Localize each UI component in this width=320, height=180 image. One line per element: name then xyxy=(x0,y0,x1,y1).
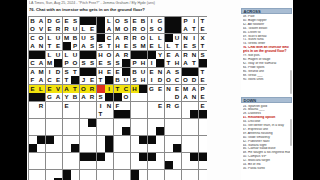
grid-cell[interactable]: I xyxy=(105,85,113,93)
grid-cell[interactable] xyxy=(139,102,147,110)
grid-cell[interactable]: E xyxy=(199,102,207,110)
grid-cell[interactable] xyxy=(37,170,45,178)
grid-cell[interactable]: S xyxy=(71,17,79,25)
grid-cell[interactable]: P xyxy=(131,59,139,67)
grid-cell[interactable] xyxy=(71,110,79,118)
grid-cell[interactable] xyxy=(139,110,147,118)
grid-cell[interactable] xyxy=(165,127,173,135)
grid-cell[interactable] xyxy=(46,170,54,178)
grid-cell[interactable] xyxy=(199,119,207,127)
grid-cell[interactable] xyxy=(71,136,79,144)
grid-cell[interactable] xyxy=(182,127,190,135)
grid-cell[interactable]: B xyxy=(131,68,139,76)
grid-cell[interactable]: N xyxy=(105,102,113,110)
grid-cell[interactable] xyxy=(182,136,190,144)
grid-cell[interactable]: O xyxy=(139,34,147,42)
grid-cell[interactable]: U xyxy=(173,34,181,42)
grid-cell[interactable] xyxy=(173,119,181,127)
grid-cell[interactable] xyxy=(105,153,113,161)
grid-cell[interactable] xyxy=(63,119,71,127)
grid-cell[interactable]: M xyxy=(63,34,71,42)
grid-cell[interactable]: E xyxy=(97,59,105,67)
grid-cell[interactable]: N xyxy=(190,93,198,101)
grid-cell[interactable]: D xyxy=(46,17,54,25)
grid-cell[interactable] xyxy=(173,170,181,178)
grid-cell[interactable] xyxy=(97,170,105,178)
grid-cell[interactable] xyxy=(97,127,105,135)
grid-cell[interactable]: C xyxy=(29,59,37,67)
grid-cell[interactable]: S xyxy=(173,68,181,76)
grid-cell[interactable] xyxy=(139,93,147,101)
grid-cell[interactable] xyxy=(63,153,71,161)
grid-cell[interactable]: H xyxy=(139,76,147,84)
grid-cell[interactable] xyxy=(114,153,122,161)
grid-cell[interactable] xyxy=(156,170,164,178)
grid-cell[interactable]: S xyxy=(131,42,139,50)
grid-cell[interactable]: E xyxy=(199,25,207,33)
grid-cell[interactable]: V xyxy=(54,85,62,93)
grid-cell[interactable] xyxy=(88,178,96,180)
grid-cell[interactable] xyxy=(139,119,147,127)
grid-cell[interactable] xyxy=(54,136,62,144)
grid-cell[interactable]: A xyxy=(182,59,190,67)
grid-cell[interactable]: C xyxy=(105,34,113,42)
grid-cell[interactable]: C xyxy=(122,85,130,93)
grid-cell[interactable]: P xyxy=(71,42,79,50)
grid-cell[interactable]: H xyxy=(97,51,105,59)
grid-cell[interactable]: A xyxy=(114,51,122,59)
grid-cell[interactable] xyxy=(63,110,71,118)
grid-cell[interactable] xyxy=(148,102,156,110)
grid-cell[interactable] xyxy=(190,119,198,127)
grid-cell[interactable] xyxy=(199,144,207,152)
grid-cell[interactable]: E xyxy=(148,42,156,50)
grid-cell[interactable]: B xyxy=(114,76,122,84)
grid-cell[interactable]: A xyxy=(165,68,173,76)
grid-cell[interactable]: Y xyxy=(63,93,71,101)
grid-cell[interactable]: B xyxy=(29,17,37,25)
grid-cell[interactable]: D xyxy=(173,93,181,101)
grid-cell[interactable] xyxy=(46,153,54,161)
grid-cell[interactable]: T xyxy=(97,76,105,84)
grid-cell[interactable]: E xyxy=(88,76,96,84)
clue-item[interactable]: 90. Work units xyxy=(243,78,290,82)
grid-cell[interactable]: A xyxy=(37,17,45,25)
grid-cell[interactable] xyxy=(199,178,207,180)
grid-cell[interactable]: A xyxy=(80,42,88,50)
grid-cell[interactable] xyxy=(173,153,181,161)
grid-cell[interactable] xyxy=(182,102,190,110)
grid-cell[interactable] xyxy=(97,119,105,127)
grid-cell[interactable]: E xyxy=(54,42,62,50)
grid-cell[interactable] xyxy=(148,170,156,178)
grid-cell[interactable]: H xyxy=(139,59,147,67)
grid-cell[interactable] xyxy=(88,161,96,169)
grid-cell[interactable] xyxy=(165,153,173,161)
grid-cell[interactable]: M xyxy=(114,25,122,33)
grid-cell[interactable] xyxy=(190,161,198,169)
clue-item-active[interactable]: 76. Chat with an investor who gets in on… xyxy=(243,46,290,54)
grid-cell[interactable] xyxy=(199,170,207,178)
grid-cell[interactable] xyxy=(131,161,139,169)
grid-cell[interactable] xyxy=(105,170,113,178)
grid-cell[interactable] xyxy=(71,170,79,178)
grid-cell[interactable]: S xyxy=(122,17,130,25)
grid-cell[interactable] xyxy=(131,144,139,152)
grid-cell[interactable] xyxy=(199,136,207,144)
grid-cell[interactable] xyxy=(46,144,54,152)
grid-cell[interactable]: M xyxy=(139,42,147,50)
grid-cell[interactable]: R xyxy=(54,25,62,33)
grid-cell[interactable] xyxy=(54,161,62,169)
grid-cell[interactable]: P xyxy=(199,85,207,93)
grid-cell[interactable]: F xyxy=(29,76,37,84)
grid-cell[interactable] xyxy=(80,161,88,169)
grid-cell[interactable] xyxy=(190,127,198,135)
grid-cell[interactable] xyxy=(122,170,130,178)
grid-cell[interactable]: M xyxy=(46,59,54,67)
grid-cell[interactable] xyxy=(46,178,54,180)
grid-cell[interactable]: L xyxy=(80,25,88,33)
grid-cell[interactable] xyxy=(71,178,79,180)
crossword-grid[interactable]: BADGESLOSEBIGPITOVERRULEAMOROSOATECOLUMB… xyxy=(28,16,207,180)
grid-cell[interactable] xyxy=(156,144,164,152)
grid-cell[interactable] xyxy=(37,144,45,152)
grid-cell[interactable] xyxy=(114,119,122,127)
grid-cell[interactable]: T xyxy=(165,59,173,67)
grid-cell[interactable]: N xyxy=(165,85,173,93)
grid-cell[interactable]: T xyxy=(114,85,122,93)
grid-cell[interactable] xyxy=(182,178,190,180)
grid-cell[interactable]: L xyxy=(156,42,164,50)
grid-cell[interactable] xyxy=(80,127,88,135)
grid-cell[interactable]: E xyxy=(88,25,96,33)
grid-cell[interactable]: B xyxy=(71,34,79,42)
grid-cell[interactable] xyxy=(63,144,71,152)
grid-cell[interactable]: T xyxy=(71,85,79,93)
grid-cell[interactable]: G xyxy=(156,17,164,25)
grid-cell[interactable]: T xyxy=(199,68,207,76)
grid-cell[interactable]: I xyxy=(148,76,156,84)
grid-cell[interactable]: S xyxy=(80,59,88,67)
grid-cell[interactable] xyxy=(88,102,96,110)
grid-cell[interactable]: O xyxy=(114,17,122,25)
grid-cell[interactable]: L xyxy=(105,17,113,25)
grid-cell[interactable] xyxy=(182,153,190,161)
grid-cell[interactable]: S xyxy=(88,42,96,50)
grid-cell[interactable] xyxy=(190,170,198,178)
grid-cell[interactable] xyxy=(105,178,113,180)
grid-cell[interactable]: L xyxy=(37,85,45,93)
grid-cell[interactable] xyxy=(182,161,190,169)
grid-cell[interactable]: L xyxy=(46,51,54,59)
grid-cell[interactable] xyxy=(54,102,62,110)
grid-cell[interactable] xyxy=(156,153,164,161)
grid-cell[interactable]: U xyxy=(139,68,147,76)
grid-cell[interactable]: L xyxy=(165,42,173,50)
grid-cell[interactable] xyxy=(29,178,37,180)
grid-cell[interactable]: T xyxy=(71,68,79,76)
grid-cell[interactable] xyxy=(190,178,198,180)
grid-cell[interactable]: E xyxy=(63,17,71,25)
grid-cell[interactable]: L xyxy=(46,34,54,42)
grid-cell[interactable] xyxy=(29,102,37,110)
grid-cell[interactable]: R xyxy=(88,93,96,101)
grid-cell[interactable]: X xyxy=(199,34,207,42)
grid-cell[interactable] xyxy=(156,136,164,144)
grid-cell[interactable]: U xyxy=(54,34,62,42)
grid-cell[interactable]: E xyxy=(148,68,156,76)
grid-cell[interactable]: G xyxy=(46,93,54,101)
grid-cell[interactable] xyxy=(122,153,130,161)
grid-cell[interactable]: P xyxy=(182,17,190,25)
grid-cell[interactable]: S xyxy=(114,59,122,67)
grid-cell[interactable] xyxy=(54,170,62,178)
grid-cell[interactable] xyxy=(29,127,37,135)
grid-cell[interactable] xyxy=(156,110,164,118)
grid-cell[interactable]: L xyxy=(148,34,156,42)
down-clue-list[interactable]: 24. Spanish gold26. Mauna ___28. Dateles… xyxy=(243,105,290,180)
grid-cell[interactable]: T xyxy=(190,59,198,67)
clue-item[interactable]: 56. Pasta suffix xyxy=(243,167,290,171)
grid-cell[interactable]: A xyxy=(37,76,45,84)
grid-cell[interactable] xyxy=(71,102,79,110)
grid-cell[interactable]: L xyxy=(156,34,164,42)
grid-cell[interactable]: O xyxy=(105,51,113,59)
grid-cell[interactable] xyxy=(139,170,147,178)
grid-cell[interactable]: T xyxy=(190,25,198,33)
grid-cell[interactable] xyxy=(114,144,122,152)
grid-cell[interactable] xyxy=(165,144,173,152)
grid-cell[interactable] xyxy=(148,93,156,101)
grid-cell[interactable] xyxy=(37,119,45,127)
grid-cell[interactable] xyxy=(148,127,156,135)
grid-cell[interactable] xyxy=(88,136,96,144)
grid-cell[interactable] xyxy=(63,161,71,169)
grid-cell[interactable] xyxy=(139,161,147,169)
grid-cell[interactable]: E xyxy=(63,102,71,110)
grid-cell[interactable]: T xyxy=(199,17,207,25)
grid-cell[interactable] xyxy=(80,136,88,144)
grid-cell[interactable]: N xyxy=(190,51,198,59)
grid-cell[interactable] xyxy=(29,161,37,169)
grid-cell[interactable] xyxy=(156,93,164,101)
grid-cell[interactable]: I xyxy=(46,68,54,76)
grid-cell[interactable] xyxy=(190,136,198,144)
grid-cell[interactable]: E xyxy=(165,51,173,59)
grid-cell[interactable] xyxy=(97,85,105,93)
grid-cell[interactable]: J xyxy=(80,76,88,84)
grid-cell[interactable] xyxy=(122,161,130,169)
grid-cell[interactable] xyxy=(148,119,156,127)
grid-cell[interactable]: R xyxy=(182,51,190,59)
grid-cell[interactable]: S xyxy=(148,25,156,33)
grid-cell[interactable] xyxy=(29,119,37,127)
grid-cell[interactable]: T xyxy=(173,42,181,50)
grid-cell[interactable]: T xyxy=(105,42,113,50)
grid-cell[interactable]: R xyxy=(131,25,139,33)
grid-cell[interactable]: O xyxy=(165,76,173,84)
grid-cell[interactable]: S xyxy=(88,59,96,67)
grid-cell[interactable]: G xyxy=(54,17,62,25)
grid-cell[interactable] xyxy=(122,178,130,180)
grid-cell[interactable] xyxy=(46,127,54,135)
grid-cell[interactable] xyxy=(114,127,122,135)
grid-cell[interactable]: N xyxy=(182,34,190,42)
grid-cell[interactable] xyxy=(37,178,45,180)
grid-cell[interactable] xyxy=(97,178,105,180)
grid-cell[interactable] xyxy=(37,110,45,118)
grid-cell[interactable] xyxy=(156,119,164,127)
grid-cell[interactable] xyxy=(80,102,88,110)
grid-cell[interactable]: N xyxy=(156,68,164,76)
grid-cell[interactable]: U xyxy=(71,25,79,33)
grid-cell[interactable]: A xyxy=(80,93,88,101)
grid-cell[interactable]: I xyxy=(190,17,198,25)
grid-cell[interactable]: A xyxy=(54,93,62,101)
grid-cell[interactable]: O xyxy=(122,93,130,101)
grid-cell[interactable]: E xyxy=(173,85,181,93)
grid-cell[interactable] xyxy=(190,144,198,152)
grid-cell[interactable]: F xyxy=(114,102,122,110)
grid-cell[interactable]: E xyxy=(46,85,54,93)
grid-cell[interactable] xyxy=(97,161,105,169)
grid-cell[interactable]: A xyxy=(37,59,45,67)
grid-cell[interactable] xyxy=(148,178,156,180)
grid-cell[interactable]: E xyxy=(54,76,62,84)
grid-cell[interactable] xyxy=(54,144,62,152)
grid-cell[interactable] xyxy=(54,127,62,135)
grid-cell[interactable] xyxy=(148,161,156,169)
grid-cell[interactable]: C xyxy=(173,76,181,84)
grid-cell[interactable]: H xyxy=(173,59,181,67)
grid-cell[interactable]: T xyxy=(46,42,54,50)
grid-cell[interactable]: E xyxy=(199,93,207,101)
grid-cell[interactable] xyxy=(165,119,173,127)
grid-cell[interactable] xyxy=(182,144,190,152)
grid-cell[interactable] xyxy=(71,119,79,127)
grid-cell[interactable] xyxy=(173,127,181,135)
grid-cell[interactable] xyxy=(122,144,130,152)
grid-cell[interactable]: S xyxy=(97,42,105,50)
grid-cell[interactable] xyxy=(54,110,62,118)
grid-cell[interactable] xyxy=(80,144,88,152)
grid-cell[interactable] xyxy=(190,102,198,110)
grid-cell[interactable] xyxy=(182,110,190,118)
grid-cell[interactable]: O xyxy=(71,59,79,67)
grid-cell[interactable] xyxy=(71,127,79,135)
grid-cell[interactable]: V xyxy=(37,25,45,33)
grid-cell[interactable] xyxy=(156,161,164,169)
grid-cell[interactable] xyxy=(29,110,37,118)
grid-cell[interactable] xyxy=(46,102,54,110)
grid-cell[interactable] xyxy=(29,136,37,144)
grid-cell[interactable]: A xyxy=(182,25,190,33)
grid-cell[interactable] xyxy=(165,136,173,144)
grid-cell[interactable] xyxy=(88,110,96,118)
grid-cell[interactable] xyxy=(105,161,113,169)
grid-cell[interactable] xyxy=(199,127,207,135)
grid-cell[interactable]: I xyxy=(148,17,156,25)
grid-cell[interactable] xyxy=(80,110,88,118)
grid-cell[interactable] xyxy=(105,110,113,118)
grid-cell[interactable] xyxy=(71,153,79,161)
grid-cell[interactable]: T xyxy=(97,110,105,118)
grid-cell[interactable] xyxy=(139,178,147,180)
grid-cell[interactable] xyxy=(122,102,130,110)
grid-cell[interactable] xyxy=(71,161,79,169)
grid-cell[interactable]: O xyxy=(80,85,88,93)
grid-cell[interactable] xyxy=(139,127,147,135)
grid-cell[interactable] xyxy=(97,136,105,144)
across-scrollbar-thumb[interactable] xyxy=(290,70,293,94)
grid-cell[interactable]: S xyxy=(131,76,139,84)
grid-cell[interactable]: I xyxy=(190,34,198,42)
grid-cell[interactable] xyxy=(131,110,139,118)
grid-cell[interactable] xyxy=(131,153,139,161)
grid-cell[interactable] xyxy=(173,110,181,118)
grid-cell[interactable]: O xyxy=(122,25,130,33)
grid-cell[interactable] xyxy=(88,170,96,178)
grid-cell[interactable] xyxy=(131,119,139,127)
grid-cell[interactable]: H xyxy=(131,85,139,93)
grid-cell[interactable]: S xyxy=(88,34,96,42)
grid-cell[interactable]: E xyxy=(29,85,37,93)
grid-cell[interactable]: S xyxy=(105,59,113,67)
grid-cell[interactable]: H xyxy=(97,68,105,76)
grid-cell[interactable]: E xyxy=(105,68,113,76)
grid-cell[interactable] xyxy=(182,170,190,178)
grid-cell[interactable]: B xyxy=(139,17,147,25)
grid-cell[interactable]: A xyxy=(105,25,113,33)
grid-cell[interactable]: U xyxy=(80,34,88,42)
grid-cell[interactable]: O xyxy=(29,25,37,33)
grid-cell[interactable]: A xyxy=(190,85,198,93)
grid-cell[interactable] xyxy=(114,170,122,178)
grid-cell[interactable]: S xyxy=(63,68,71,76)
grid-cell[interactable]: A xyxy=(29,42,37,50)
grid-cell[interactable] xyxy=(105,119,113,127)
grid-cell[interactable]: I xyxy=(97,102,105,110)
grid-cell[interactable]: S xyxy=(190,42,198,50)
grid-cell[interactable] xyxy=(37,161,45,169)
grid-cell[interactable] xyxy=(63,127,71,135)
grid-cell[interactable]: R xyxy=(88,85,96,93)
grid-cell[interactable] xyxy=(63,136,71,144)
grid-cell[interactable]: O xyxy=(37,34,45,42)
grid-cell[interactable]: S xyxy=(97,93,105,101)
grid-cell[interactable]: O xyxy=(156,25,164,33)
grid-cell[interactable] xyxy=(88,127,96,135)
grid-cell[interactable]: E xyxy=(114,68,122,76)
grid-cell[interactable]: D xyxy=(190,76,198,84)
grid-cell[interactable] xyxy=(105,127,113,135)
grid-cell[interactable] xyxy=(29,170,37,178)
grid-cell[interactable] xyxy=(46,119,54,127)
grid-cell[interactable] xyxy=(37,127,45,135)
grid-cell[interactable] xyxy=(54,119,62,127)
grid-cell[interactable] xyxy=(46,110,54,118)
grid-cell[interactable]: O xyxy=(182,76,190,84)
grid-cell[interactable]: E xyxy=(131,17,139,25)
grid-cell[interactable]: R xyxy=(122,51,130,59)
grid-cell[interactable] xyxy=(114,178,122,180)
grid-cell[interactable]: M xyxy=(182,85,190,93)
grid-cell[interactable]: R xyxy=(131,34,139,42)
grid-cell[interactable] xyxy=(131,127,139,135)
grid-cell[interactable]: P xyxy=(63,59,71,67)
grid-cell[interactable] xyxy=(114,136,122,144)
